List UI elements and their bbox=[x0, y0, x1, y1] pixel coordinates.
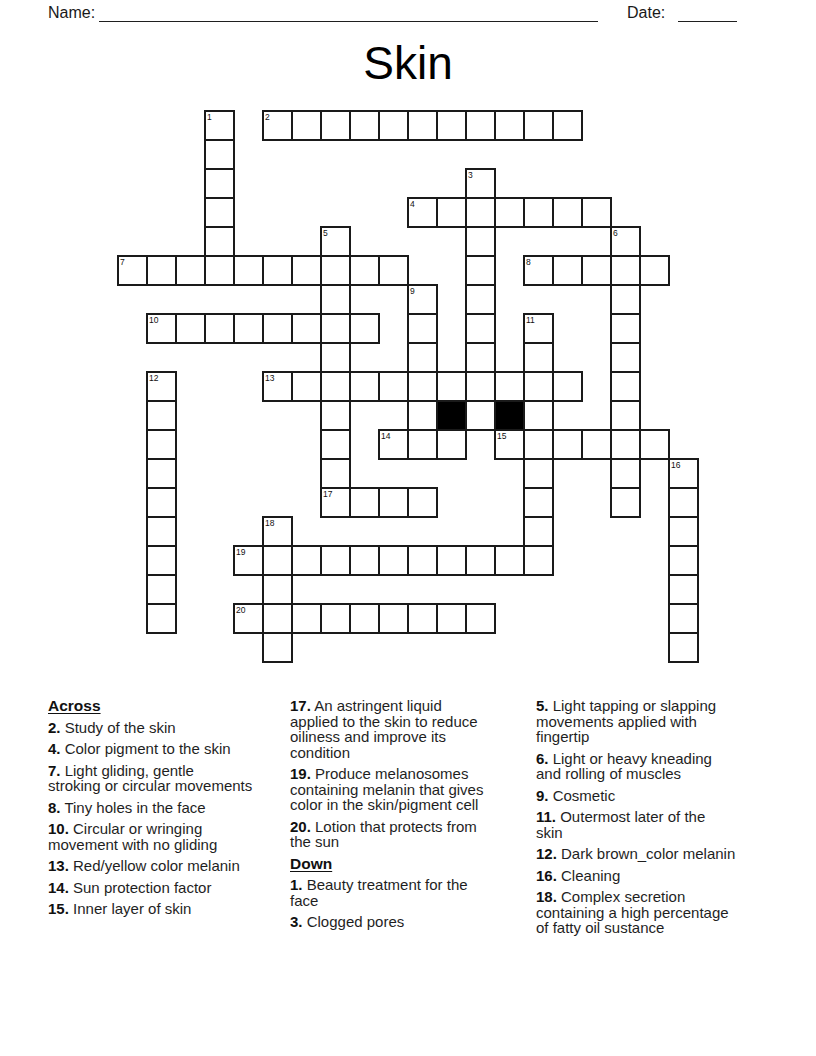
grid-cell[interactable] bbox=[465, 603, 496, 634]
grid-cell[interactable] bbox=[436, 429, 467, 460]
cell-number: 5 bbox=[323, 229, 328, 238]
grid-cell[interactable] bbox=[407, 110, 438, 141]
grid-cell[interactable] bbox=[639, 255, 670, 286]
grid-cell[interactable] bbox=[146, 429, 177, 460]
clue-across-20: 20. Lotion that protects fromthe sun bbox=[290, 819, 530, 850]
clue-down-18: 18. Complex secretioncontaining a high p… bbox=[536, 889, 780, 936]
grid-cell[interactable] bbox=[581, 197, 612, 228]
grid-cell[interactable] bbox=[668, 603, 699, 634]
grid-cell[interactable] bbox=[204, 168, 235, 199]
grid-cell[interactable] bbox=[407, 429, 438, 460]
clue-across-15: 15. Inner layer of skin bbox=[48, 901, 288, 917]
grid-cell[interactable] bbox=[610, 284, 641, 315]
grid-cell[interactable] bbox=[349, 371, 380, 402]
grid-cell[interactable] bbox=[320, 284, 351, 315]
cell-number: 14 bbox=[381, 432, 390, 441]
grid-cell[interactable] bbox=[291, 371, 322, 402]
grid-cell[interactable] bbox=[610, 371, 641, 402]
grid-cell[interactable] bbox=[436, 545, 467, 576]
grid-cell[interactable] bbox=[204, 139, 235, 170]
clue-column-3: 5. Light tapping or slappingmovements ap… bbox=[536, 698, 780, 942]
clue-number: 13. bbox=[48, 857, 69, 874]
grid-cell[interactable] bbox=[175, 255, 206, 286]
clue-down-6: 6. Light or heavy kneadingand rolling of… bbox=[536, 751, 780, 782]
grid-cell[interactable] bbox=[407, 545, 438, 576]
grid-cell[interactable] bbox=[378, 603, 409, 634]
clue-number: 10. bbox=[48, 820, 69, 837]
grid-cell[interactable] bbox=[465, 313, 496, 344]
grid-cell[interactable] bbox=[204, 313, 235, 344]
cell-number: 19 bbox=[236, 548, 245, 557]
clue-across-13: 13. Red/yellow color melanin bbox=[48, 858, 288, 874]
grid-cell[interactable] bbox=[320, 458, 351, 489]
clue-across-7: 7. Light gliding, gentlestroking or circ… bbox=[48, 763, 288, 794]
grid-cell[interactable] bbox=[320, 255, 351, 286]
clue-column-2: 17. An astringent liquidapplied to the s… bbox=[290, 698, 530, 936]
clue-down-9: 9. Cosmetic bbox=[536, 788, 780, 804]
clue-across-10: 10. Circular or wringingmovement with no… bbox=[48, 821, 288, 852]
cell-number: 1 bbox=[207, 113, 212, 122]
grid-cell[interactable] bbox=[349, 110, 380, 141]
grid-cell[interactable] bbox=[668, 632, 699, 663]
grid-cell[interactable] bbox=[407, 400, 438, 431]
cell-number: 3 bbox=[468, 171, 473, 180]
clue-number: 9. bbox=[536, 787, 549, 804]
clue-number: 7. bbox=[48, 762, 61, 779]
clue-number: 19. bbox=[290, 765, 311, 782]
grid-cell[interactable] bbox=[639, 429, 670, 460]
grid-cell[interactable] bbox=[320, 400, 351, 431]
grid-cell[interactable] bbox=[407, 487, 438, 518]
grid-cell[interactable] bbox=[262, 255, 293, 286]
cell-number: 6 bbox=[613, 229, 618, 238]
grid-cell[interactable] bbox=[610, 400, 641, 431]
grid-cell[interactable] bbox=[349, 603, 380, 634]
worksheet-page: Name: Date: Skin 12345678910111213141516… bbox=[0, 0, 816, 1056]
grid-cell[interactable] bbox=[465, 284, 496, 315]
grid-cell[interactable] bbox=[494, 371, 525, 402]
grid-cell[interactable] bbox=[349, 487, 380, 518]
clue-down-5: 5. Light tapping or slappingmovements ap… bbox=[536, 698, 780, 745]
grid-cell[interactable] bbox=[291, 603, 322, 634]
clue-number: 16. bbox=[536, 867, 557, 884]
clue-across-17: 17. An astringent liquidapplied to the s… bbox=[290, 698, 530, 760]
grid-cell[interactable] bbox=[465, 226, 496, 257]
clue-number: 18. bbox=[536, 888, 557, 905]
grid-cell[interactable] bbox=[407, 342, 438, 373]
grid-cell[interactable] bbox=[581, 255, 612, 286]
clue-number: 6. bbox=[536, 750, 549, 767]
grid-cell[interactable] bbox=[233, 255, 264, 286]
grid-cell[interactable] bbox=[175, 313, 206, 344]
down-clues-header: Down bbox=[290, 856, 530, 872]
grid-cell[interactable] bbox=[320, 342, 351, 373]
clue-number: 1. bbox=[290, 876, 303, 893]
clue-number: 12. bbox=[536, 845, 557, 862]
grid-cell[interactable] bbox=[494, 197, 525, 228]
clue-number: 20. bbox=[290, 818, 311, 835]
clue-number: 14. bbox=[48, 879, 69, 896]
grid-cell[interactable] bbox=[146, 400, 177, 431]
clue-number: 3. bbox=[290, 913, 303, 930]
grid-cell[interactable] bbox=[378, 255, 409, 286]
grid-cell[interactable] bbox=[262, 632, 293, 663]
clue-down-16: 16. Cleaning bbox=[536, 868, 780, 884]
clue-across-2: 2. Study of the skin bbox=[48, 720, 288, 736]
cell-number: 12 bbox=[149, 374, 158, 383]
across-clues-header: Across bbox=[48, 698, 288, 714]
cell-number: 13 bbox=[265, 374, 274, 383]
grid-cell[interactable] bbox=[262, 603, 293, 634]
grid-cell[interactable] bbox=[436, 110, 467, 141]
grid-cell[interactable] bbox=[523, 110, 554, 141]
cell-number: 9 bbox=[410, 287, 415, 296]
grid-cell[interactable] bbox=[378, 545, 409, 576]
clue-number: 17. bbox=[290, 697, 311, 714]
clue-across-4: 4. Color pigment to the skin bbox=[48, 741, 288, 757]
grid-cell[interactable] bbox=[146, 255, 177, 286]
clue-across-14: 14. Sun protection factor bbox=[48, 880, 288, 896]
grid-cell[interactable] bbox=[610, 429, 641, 460]
grid-cell[interactable] bbox=[610, 342, 641, 373]
black-cell bbox=[436, 400, 467, 431]
cell-number: 11 bbox=[526, 316, 535, 325]
grid-cell[interactable] bbox=[552, 371, 583, 402]
grid-cell[interactable] bbox=[320, 603, 351, 634]
grid-cell[interactable] bbox=[349, 313, 380, 344]
grid-cell[interactable] bbox=[204, 226, 235, 257]
grid-cell[interactable] bbox=[291, 110, 322, 141]
clue-number: 8. bbox=[48, 799, 61, 816]
grid-cell[interactable] bbox=[668, 516, 699, 547]
grid-cell[interactable] bbox=[320, 371, 351, 402]
grid-cell[interactable] bbox=[320, 110, 351, 141]
grid-cell[interactable] bbox=[349, 255, 380, 286]
clue-down-11: 11. Outermost later of theskin bbox=[536, 809, 780, 840]
cell-number: 18 bbox=[265, 519, 274, 528]
cell-number: 17 bbox=[323, 490, 332, 499]
cell-number: 2 bbox=[265, 113, 270, 122]
clue-across-8: 8. Tiny holes in the face bbox=[48, 800, 288, 816]
grid-cell[interactable] bbox=[262, 574, 293, 605]
clue-number: 11. bbox=[536, 808, 556, 825]
clue-down-12: 12. Dark brown_color melanin bbox=[536, 846, 780, 862]
grid-cell[interactable] bbox=[465, 400, 496, 431]
cell-number: 7 bbox=[120, 258, 125, 267]
grid-cell[interactable] bbox=[668, 487, 699, 518]
grid-cell[interactable] bbox=[146, 545, 177, 576]
grid-cell[interactable] bbox=[378, 371, 409, 402]
clue-column-1: Across2. Study of the skin4. Color pigme… bbox=[48, 698, 288, 923]
grid-cell[interactable] bbox=[523, 400, 554, 431]
grid-cell[interactable] bbox=[436, 197, 467, 228]
grid-cell[interactable] bbox=[523, 197, 554, 228]
grid-cell[interactable] bbox=[291, 313, 322, 344]
grid-cell[interactable] bbox=[262, 545, 293, 576]
grid-cell[interactable] bbox=[204, 255, 235, 286]
grid-cell[interactable] bbox=[610, 255, 641, 286]
clue-number: 2. bbox=[48, 719, 61, 736]
grid-cell[interactable] bbox=[523, 458, 554, 489]
clue-number: 15. bbox=[48, 900, 69, 917]
grid-cell[interactable] bbox=[523, 342, 554, 373]
grid-cell[interactable] bbox=[523, 487, 554, 518]
clue-number: 5. bbox=[536, 697, 549, 714]
grid-cell[interactable] bbox=[668, 574, 699, 605]
grid-cell[interactable] bbox=[407, 603, 438, 634]
grid-cell[interactable] bbox=[523, 516, 554, 547]
grid-cell[interactable] bbox=[494, 110, 525, 141]
grid-cell[interactable] bbox=[668, 545, 699, 576]
grid-cell[interactable] bbox=[262, 313, 293, 344]
grid-cell[interactable] bbox=[610, 487, 641, 518]
cell-number: 15 bbox=[497, 432, 506, 441]
grid-cell[interactable] bbox=[204, 197, 235, 228]
grid-cell[interactable] bbox=[378, 487, 409, 518]
grid-cell[interactable] bbox=[320, 545, 351, 576]
grid-cell[interactable] bbox=[494, 545, 525, 576]
grid-cell[interactable] bbox=[610, 458, 641, 489]
grid-cell[interactable] bbox=[610, 313, 641, 344]
grid-cell[interactable] bbox=[465, 371, 496, 402]
grid-cell[interactable] bbox=[552, 255, 583, 286]
grid-cell[interactable] bbox=[378, 110, 409, 141]
grid-cell[interactable] bbox=[552, 110, 583, 141]
grid-cell[interactable] bbox=[581, 429, 612, 460]
grid-cell[interactable] bbox=[146, 516, 177, 547]
clue-down-3: 3. Clogged pores bbox=[290, 914, 530, 930]
grid-cell[interactable] bbox=[436, 603, 467, 634]
cell-number: 10 bbox=[149, 316, 158, 325]
grid-cell[interactable] bbox=[436, 371, 467, 402]
grid-cell[interactable] bbox=[320, 429, 351, 460]
grid-cell[interactable] bbox=[146, 458, 177, 489]
grid-cell[interactable] bbox=[407, 313, 438, 344]
clue-down-1: 1. Beauty treatment for theface bbox=[290, 877, 530, 908]
grid-cell[interactable] bbox=[552, 197, 583, 228]
grid-cell[interactable] bbox=[291, 545, 322, 576]
grid-cell[interactable] bbox=[523, 545, 554, 576]
grid-cell[interactable] bbox=[146, 603, 177, 634]
clue-number: 4. bbox=[48, 740, 61, 757]
cell-number: 4 bbox=[410, 200, 415, 209]
grid-cell[interactable] bbox=[233, 313, 264, 344]
grid-cell[interactable] bbox=[320, 313, 351, 344]
grid-cell[interactable] bbox=[407, 371, 438, 402]
grid-cell[interactable] bbox=[465, 110, 496, 141]
clue-across-19: 19. Produce melanosomescontaining melani… bbox=[290, 766, 530, 813]
black-cell bbox=[494, 400, 525, 431]
grid-cell[interactable] bbox=[523, 429, 554, 460]
grid-cell[interactable] bbox=[291, 255, 322, 286]
grid-cell[interactable] bbox=[465, 255, 496, 286]
cell-number: 20 bbox=[236, 606, 245, 615]
grid-cell[interactable] bbox=[465, 545, 496, 576]
grid-cell[interactable] bbox=[552, 429, 583, 460]
grid-cell[interactable] bbox=[465, 342, 496, 373]
cell-number: 16 bbox=[671, 461, 680, 470]
grid-cell[interactable] bbox=[146, 574, 177, 605]
grid-cell[interactable] bbox=[523, 371, 554, 402]
cell-number: 8 bbox=[526, 258, 531, 267]
grid-cell[interactable] bbox=[465, 197, 496, 228]
grid-cell[interactable] bbox=[146, 487, 177, 518]
grid-cell[interactable] bbox=[349, 545, 380, 576]
